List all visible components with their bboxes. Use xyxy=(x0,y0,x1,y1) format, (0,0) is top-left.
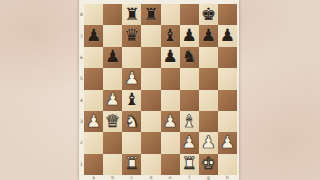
square-e4[interactable] xyxy=(161,90,180,111)
square-f1[interactable]: ♜ xyxy=(180,154,199,175)
square-c5[interactable]: ♟ xyxy=(122,68,141,89)
square-a1[interactable] xyxy=(84,154,103,175)
square-h1[interactable] xyxy=(218,154,237,175)
rank-label-6: 6 xyxy=(79,47,84,68)
square-e3[interactable]: ♟ xyxy=(161,111,180,132)
square-a7[interactable]: ♟ xyxy=(84,25,103,46)
square-f4[interactable] xyxy=(180,90,199,111)
file-label-e: e xyxy=(161,175,180,180)
square-b5[interactable] xyxy=(103,68,122,89)
square-e6[interactable]: ♟ xyxy=(161,47,180,68)
square-a5[interactable] xyxy=(84,68,103,89)
chessboard-grid: ♜♜♚♟♛♝♟♟♟♟♟♞♟♟♝♟♛♞♟♝♟♟♟♜♜♚ xyxy=(84,4,237,175)
black-queen-piece: ♛ xyxy=(124,27,139,44)
file-label-d: d xyxy=(141,175,160,180)
file-label-c: c xyxy=(122,175,141,180)
black-pawn-piece: ♟ xyxy=(86,27,101,44)
square-h5[interactable] xyxy=(218,68,237,89)
square-f7[interactable]: ♟ xyxy=(180,25,199,46)
square-d1[interactable] xyxy=(141,154,160,175)
rank-label-7: 7 xyxy=(79,25,84,46)
rank-label-1: 1 xyxy=(79,154,84,175)
rank-label-4: 4 xyxy=(79,90,84,111)
square-d2[interactable] xyxy=(141,132,160,153)
white-pawn-piece: ♟ xyxy=(201,134,216,151)
black-pawn-piece: ♟ xyxy=(105,48,120,65)
square-f6[interactable]: ♞ xyxy=(180,47,199,68)
square-e1[interactable] xyxy=(161,154,180,175)
white-knight-piece: ♞ xyxy=(124,113,139,130)
black-king-piece: ♚ xyxy=(201,6,216,23)
square-f2[interactable]: ♟ xyxy=(180,132,199,153)
square-f5[interactable] xyxy=(180,68,199,89)
square-a8[interactable] xyxy=(84,4,103,25)
parchment-background: 87654321 abcdefgh ♜♜♚♟♛♝♟♟♟♟♟♞♟♟♝♟♛♞♟♝♟♟… xyxy=(0,0,320,180)
square-g6[interactable] xyxy=(199,47,218,68)
square-d4[interactable] xyxy=(141,90,160,111)
square-g5[interactable] xyxy=(199,68,218,89)
white-rook-piece: ♜ xyxy=(182,155,197,172)
black-bishop-piece: ♝ xyxy=(124,91,139,108)
white-queen-piece: ♛ xyxy=(105,113,120,130)
square-c2[interactable] xyxy=(122,132,141,153)
board-frame: 87654321 abcdefgh ♜♜♚♟♛♝♟♟♟♟♟♞♟♟♝♟♛♞♟♝♟♟… xyxy=(79,0,239,180)
black-bishop-piece: ♝ xyxy=(162,27,177,44)
white-pawn-piece: ♟ xyxy=(162,113,177,130)
black-pawn-piece: ♟ xyxy=(162,48,177,65)
square-h8[interactable] xyxy=(218,4,237,25)
square-g4[interactable] xyxy=(199,90,218,111)
square-b4[interactable]: ♟ xyxy=(103,90,122,111)
square-g3[interactable] xyxy=(199,111,218,132)
square-c1[interactable]: ♜ xyxy=(122,154,141,175)
rank-label-2: 2 xyxy=(79,132,84,153)
square-f3[interactable]: ♝ xyxy=(180,111,199,132)
square-h7[interactable]: ♟ xyxy=(218,25,237,46)
file-label-f: f xyxy=(180,175,199,180)
white-rook-piece: ♜ xyxy=(124,155,139,172)
square-g1[interactable]: ♚ xyxy=(199,154,218,175)
file-labels: abcdefgh xyxy=(84,175,237,180)
square-d3[interactable] xyxy=(141,111,160,132)
square-d6[interactable] xyxy=(141,47,160,68)
square-g7[interactable]: ♟ xyxy=(199,25,218,46)
white-pawn-piece: ♟ xyxy=(220,134,235,151)
file-label-h: h xyxy=(218,175,237,180)
square-c8[interactable]: ♜ xyxy=(122,4,141,25)
square-b7[interactable] xyxy=(103,25,122,46)
square-e5[interactable] xyxy=(161,68,180,89)
rank-label-5: 5 xyxy=(79,68,84,89)
white-king-piece: ♚ xyxy=(201,155,216,172)
square-a2[interactable] xyxy=(84,132,103,153)
square-a4[interactable] xyxy=(84,90,103,111)
white-pawn-piece: ♟ xyxy=(86,113,101,130)
square-b2[interactable] xyxy=(103,132,122,153)
black-rook-piece: ♜ xyxy=(124,6,139,23)
rank-label-8: 8 xyxy=(79,4,84,25)
square-h2[interactable]: ♟ xyxy=(218,132,237,153)
square-e8[interactable] xyxy=(161,4,180,25)
black-knight-piece: ♞ xyxy=(182,48,197,65)
rank-label-3: 3 xyxy=(79,111,84,132)
rank-labels: 87654321 xyxy=(79,4,84,175)
white-pawn-piece: ♟ xyxy=(182,134,197,151)
file-label-g: g xyxy=(199,175,218,180)
white-pawn-piece: ♟ xyxy=(105,91,120,108)
square-d8[interactable]: ♜ xyxy=(141,4,160,25)
square-c6[interactable] xyxy=(122,47,141,68)
square-b6[interactable]: ♟ xyxy=(103,47,122,68)
square-c7[interactable]: ♛ xyxy=(122,25,141,46)
square-b1[interactable] xyxy=(103,154,122,175)
square-c3[interactable]: ♞ xyxy=(122,111,141,132)
square-e2[interactable] xyxy=(161,132,180,153)
file-label-b: b xyxy=(103,175,122,180)
square-f8[interactable] xyxy=(180,4,199,25)
square-b3[interactable]: ♛ xyxy=(103,111,122,132)
square-g2[interactable]: ♟ xyxy=(199,132,218,153)
black-pawn-piece: ♟ xyxy=(201,27,216,44)
black-rook-piece: ♜ xyxy=(143,6,158,23)
square-h3[interactable] xyxy=(218,111,237,132)
square-a3[interactable]: ♟ xyxy=(84,111,103,132)
square-c4[interactable]: ♝ xyxy=(122,90,141,111)
white-bishop-piece: ♝ xyxy=(182,113,197,130)
black-pawn-piece: ♟ xyxy=(182,27,197,44)
square-b8[interactable] xyxy=(103,4,122,25)
square-h6[interactable] xyxy=(218,47,237,68)
square-d5[interactable] xyxy=(141,68,160,89)
square-a6[interactable] xyxy=(84,47,103,68)
black-pawn-piece: ♟ xyxy=(220,27,235,44)
file-label-a: a xyxy=(84,175,103,180)
square-h4[interactable] xyxy=(218,90,237,111)
square-d7[interactable] xyxy=(141,25,160,46)
square-e7[interactable]: ♝ xyxy=(161,25,180,46)
square-g8[interactable]: ♚ xyxy=(199,4,218,25)
white-pawn-piece: ♟ xyxy=(124,70,139,87)
